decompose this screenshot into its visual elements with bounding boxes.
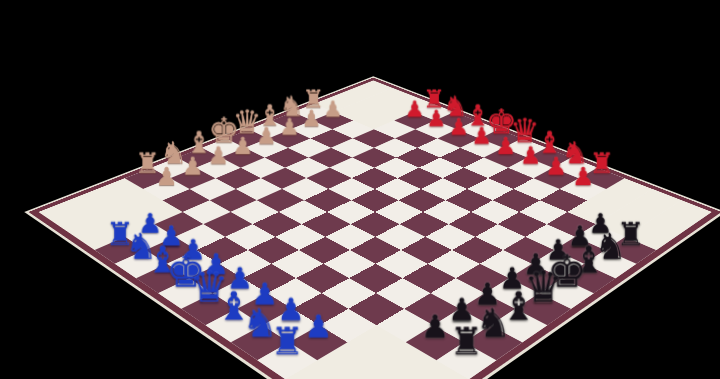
- red-pawn-m4[interactable]: ♟: [567, 164, 600, 189]
- square-i4[interactable]: [475, 224, 525, 250]
- four-player-chess-board: ♜♞♝♚♛♝♞♜♟♟♟♟♟♟♟♟♜♟♟♜♞♟♟♞♝♟♟♝♚♟♟♚♛♟♟♛♝♟♟♝…: [29, 78, 720, 379]
- black-rook-d1[interactable]: ♜: [445, 323, 487, 360]
- blue-rook-a4[interactable]: ♜: [266, 323, 308, 360]
- square-d1[interactable]: ♜: [437, 342, 497, 379]
- wood-pawn-d13[interactable]: ♟: [150, 164, 183, 189]
- photo-stage: ♜♞♝♚♛♝♞♜♟♟♟♟♟♟♟♟♜♟♟♜♞♟♟♞♝♟♟♝♚♟♟♚♛♟♟♛♝♟♟♝…: [0, 0, 720, 379]
- square-m4[interactable]: ♟: [560, 178, 606, 200]
